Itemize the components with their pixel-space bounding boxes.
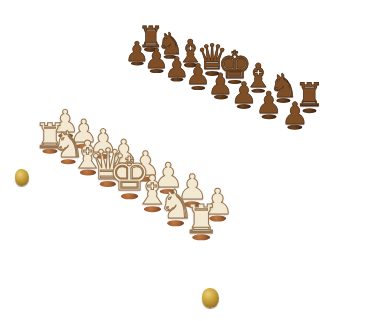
- piece-base: [262, 114, 277, 119]
- square-a6: [107, 69, 140, 91]
- square-d4: [136, 124, 172, 150]
- piece-base: [192, 235, 210, 241]
- square-h4: [229, 168, 271, 199]
- square-d1: [90, 173, 127, 202]
- square-d5: [151, 109, 187, 135]
- piece-base: [251, 89, 265, 94]
- black-knight: ♞: [269, 71, 298, 103]
- piece-base: [170, 77, 184, 82]
- white-pawn-glyph: ♟: [109, 138, 138, 168]
- black-pawn: ♟: [208, 71, 234, 100]
- black-bishop-glyph: ♝: [177, 37, 205, 66]
- square-g8: [264, 90, 304, 116]
- piece-base: [209, 215, 226, 221]
- black-pawn: ♟: [281, 100, 308, 130]
- piece-base: [76, 143, 91, 148]
- square-g7: [249, 106, 289, 133]
- piece-base: [184, 63, 197, 68]
- square-a8: [134, 41, 167, 62]
- piece-base: [167, 220, 184, 226]
- square-h7: [274, 116, 316, 144]
- black-pawn: ♟: [125, 39, 149, 66]
- white-knight-glyph: ♞: [52, 128, 85, 161]
- square-c8: [173, 56, 208, 79]
- square-f5: [195, 129, 234, 157]
- square-f4: [180, 145, 219, 174]
- piece-base: [237, 104, 251, 109]
- black-bishop: ♝: [177, 37, 205, 67]
- square-c6: [145, 85, 180, 109]
- white-pawn: ♟: [89, 127, 118, 159]
- black-bishop: ♝: [244, 61, 274, 93]
- square-c4: [116, 115, 151, 140]
- square-h5: [244, 151, 286, 181]
- square-f3: [165, 162, 204, 192]
- white-pawn: ♟: [130, 149, 160, 182]
- square-g3: [188, 174, 229, 205]
- white-knight: ♞: [158, 186, 194, 226]
- piece-base: [42, 148, 57, 153]
- piece-base: [58, 133, 73, 138]
- square-c2: [86, 146, 121, 173]
- piece-base: [144, 47, 157, 51]
- white-queen: ♛: [89, 145, 127, 187]
- white-king: ♚: [108, 154, 150, 200]
- square-e1: [111, 185, 149, 215]
- white-pawn-glyph: ♟: [70, 117, 98, 146]
- white-king-glyph: ♚: [108, 154, 150, 197]
- square-a4: [78, 97, 111, 121]
- piece-base: [100, 182, 116, 188]
- square-c5: [131, 100, 166, 125]
- piece-base: [60, 159, 76, 164]
- black-knight-glyph: ♞: [269, 71, 298, 101]
- piece-base: [288, 125, 303, 130]
- white-bishop: ♝: [134, 173, 170, 213]
- white-bishop: ♝: [71, 138, 105, 175]
- square-b6: [126, 77, 160, 100]
- piece-base: [80, 170, 96, 176]
- white-pawn-glyph: ♟: [51, 108, 79, 137]
- black-pawn: ♟: [185, 63, 211, 91]
- white-pawn-glyph: ♟: [130, 149, 160, 180]
- white-rook: ♜: [34, 119, 65, 153]
- white-rook-glyph: ♜: [183, 201, 219, 238]
- square-e7: [202, 87, 239, 112]
- black-pawn-glyph: ♟: [281, 100, 308, 128]
- photo-canvas: ♜♞♟♝♟♛♟♚♟♝♟♞♟♜♟♟♟♟♜♟♞♟♝♟♛♟♚♟♝♟♞♜: [0, 0, 366, 321]
- black-king-glyph: ♚: [217, 47, 251, 82]
- square-g2: [172, 192, 213, 224]
- square-c7: [159, 70, 194, 93]
- square-g6: [234, 123, 274, 151]
- black-rook-glyph: ♜: [295, 81, 324, 111]
- piece-base: [160, 189, 176, 195]
- square-a5: [93, 83, 126, 106]
- black-pawn: ♟: [164, 54, 189, 82]
- square-b1: [51, 151, 85, 178]
- piece-base: [130, 61, 143, 66]
- square-f2: [149, 179, 188, 210]
- square-h3: [213, 186, 255, 218]
- square-c3: [101, 130, 136, 156]
- square-g5: [219, 139, 259, 168]
- piece-base: [121, 194, 138, 200]
- square-e4: [158, 134, 196, 162]
- brass-foot-bottom: [202, 288, 219, 308]
- square-e5: [173, 118, 211, 145]
- white-pawn: ♟: [70, 117, 98, 148]
- black-rook: ♜: [295, 81, 324, 113]
- black-pawn-glyph: ♟: [185, 63, 211, 89]
- black-pawn-glyph: ♟: [164, 54, 189, 80]
- black-pawn: ♟: [255, 90, 282, 120]
- square-g1: [156, 210, 197, 243]
- black-pawn-glyph: ♟: [144, 46, 169, 71]
- piece-base: [150, 69, 163, 74]
- white-pawn: ♟: [153, 160, 183, 194]
- white-pawn-glyph: ♟: [177, 173, 208, 205]
- pieces-layer: ♜♞♟♝♟♛♟♚♟♝♟♞♟♜♟♟♟♟♜♟♞♟♝♟♛♟♚♟♝♟♞♜: [0, 0, 366, 321]
- square-c1: [70, 162, 106, 190]
- board-frame: [10, 27, 361, 285]
- piece-base: [191, 86, 205, 91]
- white-knight: ♞: [52, 128, 85, 164]
- white-pawn: ♟: [51, 108, 79, 139]
- black-pawn: ♟: [144, 46, 169, 73]
- square-f7: [225, 97, 264, 123]
- piece-base: [116, 165, 132, 170]
- square-d2: [106, 156, 143, 184]
- piece-base: [137, 176, 153, 182]
- black-pawn-glyph: ♟: [231, 80, 257, 107]
- square-b3: [82, 120, 116, 145]
- white-pawn-glyph: ♟: [202, 186, 234, 219]
- square-h6: [260, 133, 302, 162]
- black-king: ♚: [217, 47, 251, 84]
- square-d8: [194, 64, 230, 87]
- square-a3: [64, 111, 97, 135]
- black-pawn-glyph: ♟: [125, 39, 149, 64]
- board-frame-side: [10, 40, 361, 298]
- square-f1: [132, 197, 172, 229]
- square-e8: [216, 72, 253, 96]
- square-f8: [239, 81, 277, 106]
- white-pawn: ♟: [177, 173, 208, 208]
- piece-base: [164, 55, 177, 59]
- chess-set-scene: ♜♞♟♝♟♛♟♚♟♝♟♞♟♜♟♟♟♟♜♟♞♟♝♟♛♟♚♟♝♟♞♜: [0, 0, 366, 321]
- square-e3: [142, 151, 180, 179]
- white-rook: ♜: [183, 201, 219, 241]
- black-queen-glyph: ♛: [196, 41, 228, 73]
- piece-base: [276, 98, 290, 103]
- square-a1: [33, 141, 66, 167]
- white-pawn: ♟: [109, 138, 138, 171]
- square-e6: [188, 103, 225, 129]
- piece-base: [95, 154, 111, 159]
- white-pawn-glyph: ♟: [89, 127, 118, 157]
- square-a7: [121, 55, 154, 77]
- square-g4: [204, 156, 245, 186]
- square-h8: [289, 100, 330, 127]
- black-rook: ♜: [138, 24, 164, 52]
- black-rook-glyph: ♜: [138, 24, 164, 51]
- square-b2: [67, 136, 101, 162]
- white-bishop-glyph: ♝: [71, 138, 105, 173]
- square-d3: [121, 140, 158, 167]
- square-b8: [153, 49, 187, 71]
- white-knight-glyph: ♞: [158, 186, 194, 223]
- white-pawn: ♟: [202, 186, 234, 221]
- black-knight-glyph: ♞: [157, 30, 184, 58]
- piece-base: [184, 202, 201, 208]
- square-b5: [111, 91, 145, 115]
- black-bishop-glyph: ♝: [244, 61, 274, 91]
- white-queen-glyph: ♛: [89, 145, 127, 184]
- square-b7: [140, 62, 174, 84]
- piece-base: [302, 108, 316, 113]
- square-e2: [127, 168, 165, 197]
- white-rook-glyph: ♜: [34, 119, 65, 151]
- black-pawn-glyph: ♟: [208, 71, 234, 98]
- square-b4: [97, 106, 131, 131]
- square-h2: [197, 205, 240, 238]
- black-pawn-glyph: ♟: [255, 90, 282, 118]
- piece-base: [228, 79, 242, 84]
- square-d6: [166, 94, 202, 119]
- square-a2: [49, 126, 82, 151]
- brass-foot-left: [15, 169, 29, 186]
- black-knight: ♞: [157, 30, 184, 59]
- black-pawn: ♟: [231, 80, 257, 109]
- piece-base: [213, 95, 227, 100]
- white-pawn-glyph: ♟: [153, 160, 183, 191]
- black-queen: ♛: [196, 41, 228, 75]
- chess-board: [33, 41, 330, 258]
- square-f6: [210, 112, 249, 139]
- piece-base: [205, 71, 218, 76]
- piece-base: [144, 207, 161, 213]
- square-h1: [180, 224, 223, 259]
- square-d7: [180, 79, 216, 103]
- white-bishop-glyph: ♝: [134, 173, 170, 210]
